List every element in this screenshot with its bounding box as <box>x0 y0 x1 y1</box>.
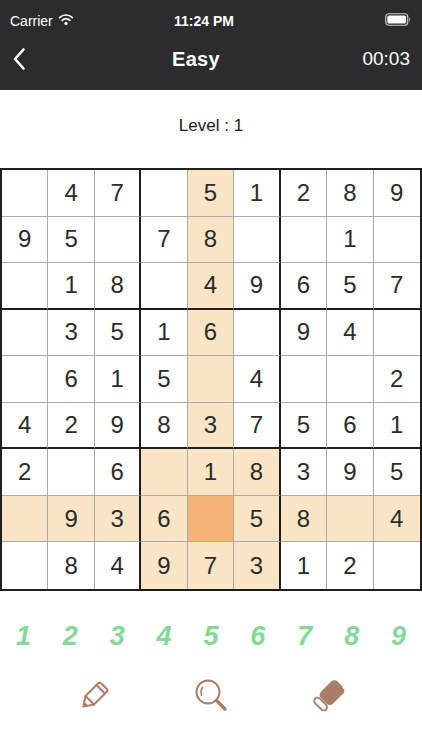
sudoku-cell-r8c8[interactable] <box>327 496 373 543</box>
sudoku-cell-r3c7[interactable]: 6 <box>281 263 327 310</box>
sudoku-cell-r7c4[interactable] <box>141 449 187 496</box>
pencil-button[interactable] <box>71 673 117 719</box>
numpad-1[interactable]: 1 <box>0 619 47 653</box>
sudoku-cell-r6c7[interactable]: 5 <box>281 403 327 450</box>
pencil-icon <box>72 674 116 718</box>
timer: 00:03 <box>340 48 410 70</box>
status-bar: Carrier 11:24 PM <box>0 0 422 34</box>
sudoku-cell-r3c4[interactable] <box>141 263 187 310</box>
sudoku-cell-r2c8[interactable]: 1 <box>327 217 373 264</box>
sudoku-cell-r4c1[interactable] <box>2 310 48 357</box>
sudoku-cell-r8c7[interactable]: 8 <box>281 496 327 543</box>
sudoku-cell-r3c3[interactable]: 8 <box>95 263 141 310</box>
sudoku-cell-r5c3[interactable]: 1 <box>95 356 141 403</box>
numpad-7[interactable]: 7 <box>281 619 328 653</box>
wifi-icon <box>58 12 74 30</box>
eraser-button[interactable] <box>305 673 351 719</box>
sudoku-cell-r3c2[interactable]: 1 <box>48 263 94 310</box>
sudoku-cell-r6c2[interactable]: 2 <box>48 403 94 450</box>
sudoku-cell-r1c6[interactable]: 1 <box>234 170 280 217</box>
sudoku-cell-r3c9[interactable]: 7 <box>374 263 420 310</box>
sudoku-cell-r6c6[interactable]: 7 <box>234 403 280 450</box>
sudoku-cell-r8c3[interactable]: 3 <box>95 496 141 543</box>
sudoku-cell-r8c6[interactable]: 5 <box>234 496 280 543</box>
back-button[interactable] <box>12 47 52 71</box>
header: Carrier 11:24 PM <box>0 0 422 90</box>
sudoku-cell-r9c6[interactable]: 3 <box>234 542 280 589</box>
sudoku-cell-r2c9[interactable] <box>374 217 420 264</box>
numpad-4[interactable]: 4 <box>141 619 188 653</box>
numpad-6[interactable]: 6 <box>234 619 281 653</box>
sudoku-cell-r5c4[interactable]: 5 <box>141 356 187 403</box>
sudoku-cell-r1c2[interactable]: 4 <box>48 170 94 217</box>
sudoku-cell-r7c6[interactable]: 8 <box>234 449 280 496</box>
sudoku-cell-r7c1[interactable]: 2 <box>2 449 48 496</box>
sudoku-cell-r6c9[interactable]: 1 <box>374 403 420 450</box>
sudoku-cell-r5c5[interactable] <box>188 356 234 403</box>
sudoku-cell-r5c7[interactable] <box>281 356 327 403</box>
sudoku-cell-r8c9[interactable]: 4 <box>374 496 420 543</box>
sudoku-cell-r1c3[interactable]: 7 <box>95 170 141 217</box>
sudoku-cell-r7c5[interactable]: 1 <box>188 449 234 496</box>
sudoku-cell-r2c1[interactable]: 9 <box>2 217 48 264</box>
sudoku-cell-r2c2[interactable]: 5 <box>48 217 94 264</box>
sudoku-cell-r8c2[interactable]: 9 <box>48 496 94 543</box>
sudoku-cell-r4c3[interactable]: 5 <box>95 310 141 357</box>
sudoku-cell-r1c5[interactable]: 5 <box>188 170 234 217</box>
sudoku-cell-r6c8[interactable]: 6 <box>327 403 373 450</box>
sudoku-cell-r3c6[interactable]: 9 <box>234 263 280 310</box>
sudoku-cell-r9c2[interactable]: 8 <box>48 542 94 589</box>
sudoku-cell-r8c4[interactable]: 6 <box>141 496 187 543</box>
sudoku-cell-r2c6[interactable] <box>234 217 280 264</box>
sudoku-cell-r9c8[interactable]: 2 <box>327 542 373 589</box>
sudoku-cell-r5c1[interactable] <box>2 356 48 403</box>
sudoku-cell-r2c7[interactable] <box>281 217 327 264</box>
numpad-8[interactable]: 8 <box>328 619 375 653</box>
sudoku-cell-r1c7[interactable]: 2 <box>281 170 327 217</box>
sudoku-cell-r9c4[interactable]: 9 <box>141 542 187 589</box>
hint-button[interactable] <box>188 673 234 719</box>
battery-icon <box>385 12 412 30</box>
numpad: 123456789 <box>0 619 422 653</box>
sudoku-cell-r3c1[interactable] <box>2 263 48 310</box>
sudoku-cell-r5c6[interactable]: 4 <box>234 356 280 403</box>
sudoku-cell-r9c3[interactable]: 4 <box>95 542 141 589</box>
sudoku-cell-r5c8[interactable] <box>327 356 373 403</box>
numpad-3[interactable]: 3 <box>94 619 141 653</box>
sudoku-cell-r9c7[interactable]: 1 <box>281 542 327 589</box>
sudoku-cell-r2c4[interactable]: 7 <box>141 217 187 264</box>
sudoku-cell-r2c3[interactable] <box>95 217 141 264</box>
sudoku-cell-r7c9[interactable]: 5 <box>374 449 420 496</box>
sudoku-cell-r4c5[interactable]: 6 <box>188 310 234 357</box>
carrier-label: Carrier <box>10 13 53 29</box>
sudoku-cell-r9c9[interactable] <box>374 542 420 589</box>
sudoku-cell-r4c7[interactable]: 9 <box>281 310 327 357</box>
sudoku-cell-r1c1[interactable] <box>2 170 48 217</box>
sudoku-cell-r7c8[interactable]: 9 <box>327 449 373 496</box>
sudoku-cell-r4c2[interactable]: 3 <box>48 310 94 357</box>
sudoku-cell-r2c5[interactable]: 8 <box>188 217 234 264</box>
sudoku-cell-r4c4[interactable]: 1 <box>141 310 187 357</box>
sudoku-cell-r3c8[interactable]: 5 <box>327 263 373 310</box>
level-label: Level : 1 <box>0 116 422 136</box>
sudoku-cell-r1c4[interactable] <box>141 170 187 217</box>
sudoku-cell-r9c1[interactable] <box>2 542 48 589</box>
sudoku-cell-r6c1[interactable]: 4 <box>2 403 48 450</box>
sudoku-cell-r4c8[interactable]: 4 <box>327 310 373 357</box>
sudoku-cell-r8c1[interactable] <box>2 496 48 543</box>
sudoku-board: 4751289957811849657351694615424298375612… <box>0 168 422 591</box>
sudoku-cell-r6c4[interactable]: 8 <box>141 403 187 450</box>
sudoku-cell-r1c9[interactable]: 9 <box>374 170 420 217</box>
numpad-2[interactable]: 2 <box>47 619 94 653</box>
chevron-left-icon <box>12 47 26 71</box>
sudoku-cell-r3c5[interactable]: 4 <box>188 263 234 310</box>
sudoku-cell-r5c2[interactable]: 6 <box>48 356 94 403</box>
status-time: 11:24 PM <box>116 13 292 29</box>
sudoku-cell-r9c5[interactable]: 7 <box>188 542 234 589</box>
sudoku-cell-r1c8[interactable]: 8 <box>327 170 373 217</box>
numpad-9[interactable]: 9 <box>375 619 422 653</box>
sudoku-cell-r7c7[interactable]: 3 <box>281 449 327 496</box>
nav-bar: Easy 00:03 <box>0 34 422 84</box>
page-title: Easy <box>52 48 340 71</box>
sudoku-cell-r8c5[interactable] <box>188 496 234 543</box>
sudoku-cell-r7c2[interactable] <box>48 449 94 496</box>
eraser-icon <box>306 674 350 718</box>
sudoku-cell-r6c5[interactable]: 3 <box>188 403 234 450</box>
sudoku-cell-r4c9[interactable] <box>374 310 420 357</box>
sudoku-cell-r6c3[interactable]: 9 <box>95 403 141 450</box>
tools-bar <box>71 673 351 719</box>
sudoku-cell-r5c9[interactable]: 2 <box>374 356 420 403</box>
magnifier-icon <box>189 674 233 718</box>
numpad-5[interactable]: 5 <box>188 619 235 653</box>
sudoku-cell-r7c3[interactable]: 6 <box>95 449 141 496</box>
sudoku-cell-r4c6[interactable] <box>234 310 280 357</box>
